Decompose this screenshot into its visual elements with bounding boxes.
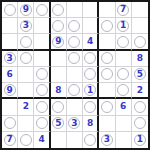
odd-cell-circle-icon bbox=[84, 134, 96, 146]
sudoku-cell-r2c6[interactable] bbox=[83, 18, 99, 34]
odd-cell-circle-icon bbox=[4, 4, 16, 16]
sudoku-cell-r3c7[interactable] bbox=[99, 34, 115, 50]
given-digit: 3 bbox=[104, 135, 110, 144]
sudoku-cell-r6c6[interactable]: 1 bbox=[83, 83, 99, 99]
sudoku-cell-r8c7[interactable] bbox=[99, 116, 115, 132]
odd-cell-circle-icon bbox=[52, 4, 64, 16]
sudoku-cell-r2c1[interactable] bbox=[2, 18, 18, 34]
sudoku-cell-r8c3[interactable] bbox=[34, 116, 50, 132]
odd-cell-circle-icon: 9 bbox=[4, 84, 16, 96]
given-digit: 3 bbox=[23, 21, 29, 30]
odd-cell-circle-icon bbox=[117, 68, 129, 80]
sudoku-cell-r4c5[interactable] bbox=[67, 51, 83, 67]
given-digit: 9 bbox=[6, 86, 12, 95]
sudoku-cell-r3c5[interactable] bbox=[67, 34, 83, 50]
sudoku-cell-r6c9[interactable]: 2 bbox=[132, 83, 148, 99]
odd-cell-circle-icon: 5 bbox=[134, 68, 146, 80]
given-digit: 5 bbox=[55, 119, 61, 128]
sudoku-cell-r9c1[interactable]: 7 bbox=[2, 132, 18, 148]
odd-cell-circle-icon bbox=[101, 52, 113, 64]
odd-cell-circle-icon: 7 bbox=[4, 134, 16, 146]
sudoku-cell-r3c8[interactable] bbox=[116, 34, 132, 50]
sudoku-cell-r3c3[interactable] bbox=[34, 34, 50, 50]
odd-cell-circle-icon: 3 bbox=[68, 117, 80, 129]
sudoku-cell-r8c1[interactable] bbox=[2, 116, 18, 132]
sudoku-cell-r4c2[interactable] bbox=[18, 51, 34, 67]
given-digit: 4 bbox=[87, 37, 93, 46]
sudoku-cell-r2c7[interactable] bbox=[99, 18, 115, 34]
given-digit: 3 bbox=[6, 54, 12, 63]
odd-cell-circle-icon bbox=[134, 36, 146, 48]
sudoku-cell-r4c4[interactable] bbox=[51, 51, 67, 67]
sudoku-cell-r5c5[interactable] bbox=[67, 67, 83, 83]
odd-cell-circle-icon bbox=[68, 20, 80, 32]
odd-cell-circle-icon bbox=[4, 117, 16, 129]
given-digit: 3 bbox=[71, 119, 77, 128]
odd-cell-circle-icon: 1 bbox=[134, 134, 146, 146]
sudoku-cell-r7c8[interactable]: 6 bbox=[116, 99, 132, 115]
sudoku-cell-r9c5[interactable] bbox=[67, 132, 83, 148]
odd-cell-circle-icon bbox=[36, 101, 48, 113]
sudoku-cell-r6c8[interactable] bbox=[116, 83, 132, 99]
sudoku-cell-r5c4[interactable] bbox=[51, 67, 67, 83]
sudoku-cell-r8c5[interactable]: 3 bbox=[67, 116, 83, 132]
given-digit: 9 bbox=[55, 37, 61, 46]
sudoku-cell-r8c2[interactable] bbox=[18, 116, 34, 132]
sudoku-cell-r1c7[interactable] bbox=[99, 2, 115, 18]
odd-cell-circle-icon bbox=[117, 36, 129, 48]
sudoku-cell-r6c7[interactable] bbox=[99, 83, 115, 99]
odd-cell-circle-icon bbox=[20, 36, 32, 48]
sudoku-cell-r4c8[interactable] bbox=[116, 51, 132, 67]
given-digit: 7 bbox=[6, 135, 12, 144]
sudoku-cell-r1c2[interactable]: 9 bbox=[18, 2, 34, 18]
sudoku-cell-r7c1[interactable] bbox=[2, 99, 18, 115]
odd-cell-circle-icon bbox=[134, 117, 146, 129]
sudoku-cell-r1c9[interactable] bbox=[132, 2, 148, 18]
odd-cell-circle-icon: 3 bbox=[20, 20, 32, 32]
odd-cell-circle-icon bbox=[20, 134, 32, 146]
sudoku-cell-r8c6[interactable]: 8 bbox=[83, 116, 99, 132]
odd-cell-circle-icon bbox=[20, 52, 32, 64]
sudoku-cell-r7c9[interactable] bbox=[132, 99, 148, 115]
sudoku-cell-r9c2[interactable] bbox=[18, 132, 34, 148]
odd-cell-circle-icon: 9 bbox=[20, 4, 32, 16]
given-digit: 2 bbox=[23, 102, 29, 111]
sudoku-cell-r5c9[interactable]: 5 bbox=[132, 67, 148, 83]
sudoku-cell-r9c8[interactable] bbox=[116, 132, 132, 148]
given-digit: 9 bbox=[23, 5, 29, 14]
given-digit: 8 bbox=[87, 119, 93, 128]
odd-cell-circle-icon bbox=[68, 36, 80, 48]
sudoku-cell-r5c6[interactable] bbox=[83, 67, 99, 83]
given-digit: 1 bbox=[87, 86, 93, 95]
given-digit: 6 bbox=[6, 70, 12, 79]
sudoku-cell-r1c5[interactable] bbox=[67, 2, 83, 18]
odd-cell-circle-icon bbox=[117, 84, 129, 96]
sudoku-cell-r1c6[interactable] bbox=[83, 2, 99, 18]
sudoku-cell-r5c2[interactable] bbox=[18, 67, 34, 83]
sudoku-cell-r3c6[interactable]: 4 bbox=[83, 34, 99, 50]
sudoku-cell-r4c3[interactable] bbox=[34, 51, 50, 67]
odd-cell-circle-icon: 7 bbox=[117, 4, 129, 16]
odd-cell-circle-icon bbox=[52, 101, 64, 113]
odd-cell-circle-icon: 9 bbox=[52, 36, 64, 48]
sudoku-cell-r7c3[interactable] bbox=[34, 99, 50, 115]
odd-cell-circle-icon bbox=[134, 101, 146, 113]
sudoku-cell-r9c6[interactable] bbox=[83, 132, 99, 148]
sudoku-cell-r6c5[interactable] bbox=[67, 83, 83, 99]
sudoku-cell-r2c3[interactable] bbox=[34, 18, 50, 34]
odd-cell-circle-icon bbox=[101, 20, 113, 32]
odd-cell-circle-icon bbox=[36, 117, 48, 129]
sudoku-cell-r9c3[interactable]: 4 bbox=[34, 132, 50, 148]
sudoku-cell-r4c9[interactable]: 8 bbox=[132, 51, 148, 67]
sudoku-cell-r1c4[interactable] bbox=[51, 2, 67, 18]
odd-cell-circle-icon bbox=[68, 52, 80, 64]
odd-cell-circle-icon bbox=[68, 84, 80, 96]
sudoku-cell-r5c7[interactable] bbox=[99, 67, 115, 83]
sudoku-cell-r9c9[interactable]: 1 bbox=[132, 132, 148, 148]
odd-cell-circle-icon: 1 bbox=[84, 84, 96, 96]
sudoku-cell-r4c6[interactable] bbox=[83, 51, 99, 67]
sudoku-cell-r5c3[interactable] bbox=[34, 67, 50, 83]
sudoku-cell-r1c1[interactable] bbox=[2, 2, 18, 18]
odd-cell-circle-icon: 1 bbox=[117, 20, 129, 32]
given-digit: 6 bbox=[120, 102, 126, 111]
sudoku-cell-r1c3[interactable] bbox=[34, 2, 50, 18]
sudoku-cell-r3c2[interactable] bbox=[18, 34, 34, 50]
given-digit: 2 bbox=[137, 86, 143, 95]
sudoku-cell-r6c2[interactable] bbox=[18, 83, 34, 99]
sudoku-cell-r2c5[interactable] bbox=[67, 18, 83, 34]
sudoku-cell-r4c1[interactable]: 3 bbox=[2, 51, 18, 67]
given-digit: 1 bbox=[137, 135, 143, 144]
sudoku-cell-r6c1[interactable]: 9 bbox=[2, 83, 18, 99]
sudoku-cell-r7c7[interactable] bbox=[99, 99, 115, 115]
sudoku-cell-r5c1[interactable]: 6 bbox=[2, 67, 18, 83]
sudoku-cell-r2c8[interactable]: 1 bbox=[116, 18, 132, 34]
given-digit: 8 bbox=[55, 86, 61, 95]
odd-cell-circle-icon bbox=[36, 68, 48, 80]
sudoku-cell-r1c8[interactable]: 7 bbox=[116, 2, 132, 18]
sudoku-cell-r2c9[interactable] bbox=[132, 18, 148, 34]
odd-cell-circle-icon bbox=[52, 20, 64, 32]
sudoku-cell-r9c4[interactable] bbox=[51, 132, 67, 148]
sudoku-cell-r6c3[interactable] bbox=[34, 83, 50, 99]
odd-cell-circle-icon bbox=[84, 68, 96, 80]
sudoku-cell-r9c7[interactable]: 3 bbox=[99, 132, 115, 148]
sudoku-cell-r7c2[interactable]: 2 bbox=[18, 99, 34, 115]
odd-cell-circle-icon bbox=[101, 68, 113, 80]
given-digit: 7 bbox=[120, 5, 126, 14]
sudoku-board: 97319438659812265387431 bbox=[0, 0, 150, 150]
sudoku-cell-r8c9[interactable] bbox=[132, 116, 148, 132]
odd-cell-circle-icon: 3 bbox=[101, 134, 113, 146]
sudoku-cell-r7c4[interactable] bbox=[51, 99, 67, 115]
odd-cell-circle-icon bbox=[84, 52, 96, 64]
odd-cell-circle-icon bbox=[84, 101, 96, 113]
odd-cell-circle-icon bbox=[36, 84, 48, 96]
given-digit: 8 bbox=[137, 54, 143, 63]
odd-cell-circle-icon bbox=[36, 4, 48, 16]
sudoku-cell-r3c1[interactable] bbox=[2, 34, 18, 50]
sudoku-cell-r8c8[interactable] bbox=[116, 116, 132, 132]
sudoku-cell-r8c4[interactable]: 5 bbox=[51, 116, 67, 132]
sudoku-cell-r6c4[interactable]: 8 bbox=[51, 83, 67, 99]
sudoku-cell-r4c7[interactable] bbox=[99, 51, 115, 67]
odd-cell-circle-icon: 3 bbox=[4, 52, 16, 64]
given-digit: 5 bbox=[137, 70, 143, 79]
sudoku-cell-r3c4[interactable]: 9 bbox=[51, 34, 67, 50]
sudoku-cell-r2c4[interactable] bbox=[51, 18, 67, 34]
sudoku-cell-r5c8[interactable] bbox=[116, 67, 132, 83]
odd-cell-circle-icon: 5 bbox=[52, 117, 64, 129]
given-digit: 1 bbox=[120, 21, 126, 30]
sudoku-cell-r7c5[interactable] bbox=[67, 99, 83, 115]
odd-cell-circle-icon bbox=[101, 101, 113, 113]
sudoku-cell-r3c9[interactable] bbox=[132, 34, 148, 50]
sudoku-cell-r7c6[interactable] bbox=[83, 99, 99, 115]
sudoku-cell-r2c2[interactable]: 3 bbox=[18, 18, 34, 34]
given-digit: 4 bbox=[38, 135, 44, 144]
